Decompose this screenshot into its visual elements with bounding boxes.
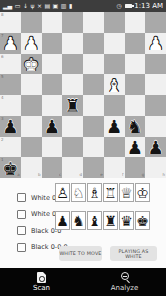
file-label: g — [142, 173, 145, 177]
square-c3[interactable]: ♟ — [42, 116, 63, 137]
square-c7[interactable] — [42, 33, 63, 54]
black-knight-icon: ♞ — [72, 214, 85, 228]
square-e7[interactable] — [83, 33, 104, 54]
black-king-icon: ♚ — [136, 214, 149, 228]
white-pawn: ♟ — [148, 35, 164, 53]
white-pawn: ♟ — [2, 35, 18, 53]
file-label: c — [59, 173, 61, 177]
square-h8[interactable] — [145, 12, 166, 33]
file-label: d — [79, 173, 82, 177]
storage-icon: ▮ — [69, 3, 72, 9]
white-king-icon: ♔ — [136, 186, 149, 200]
white-king: ♚ — [23, 55, 39, 73]
square-g4[interactable] — [125, 95, 146, 116]
square-e8[interactable] — [83, 12, 104, 33]
square-h5[interactable] — [145, 74, 166, 95]
square-e3[interactable] — [83, 116, 104, 137]
usb-icon: ψ — [30, 3, 34, 9]
rank-label: 6 — [1, 55, 4, 59]
white-piece-row: ♙♘♗♖♕♔ — [55, 183, 150, 202]
square-c1[interactable]: c — [42, 157, 63, 178]
square-g2[interactable]: ♟ — [125, 137, 146, 158]
file-label: e — [100, 173, 102, 177]
square-a8[interactable]: 8 — [0, 12, 21, 33]
square-f4[interactable] — [104, 95, 125, 116]
square-f3[interactable]: ♟ — [104, 116, 125, 137]
file-label: b — [38, 173, 41, 177]
square-f5[interactable]: ♝ — [104, 74, 125, 95]
square-h6[interactable] — [145, 54, 166, 75]
sim-icon: ▭ — [15, 3, 21, 9]
black-rook-button[interactable]: ♜ — [103, 211, 118, 230]
system-status: ◷ 1:13 AM — [116, 3, 163, 10]
black-piece-row: ♟♞♝♜♛♚ — [55, 211, 150, 230]
square-h3[interactable] — [145, 116, 166, 137]
white-queen-button[interactable]: ♕ — [119, 183, 134, 202]
square-e6[interactable] — [83, 54, 104, 75]
checkbox-white-0-0-0[interactable] — [17, 210, 26, 219]
status-time: 1:13 AM — [134, 3, 163, 10]
rank-label: 2 — [1, 138, 4, 142]
alarm-icon: ◷ — [116, 3, 121, 9]
download-icon: ↓ — [23, 3, 28, 9]
white-to-move-button[interactable]: WHITE TO MOVE — [59, 246, 102, 261]
square-b5[interactable] — [21, 74, 42, 95]
status-bar: ▂▄▭↓ψ×▤▣▥▮ ◷ 1:13 AM — [0, 0, 166, 12]
square-g6[interactable] — [125, 54, 146, 75]
black-pawn: ♟ — [2, 118, 18, 136]
white-pawn: ♟ — [23, 35, 39, 53]
square-b4[interactable] — [21, 95, 42, 116]
square-g1[interactable]: g — [125, 157, 146, 178]
checkbox-black-0-0[interactable] — [17, 226, 26, 235]
square-f7[interactable] — [104, 33, 125, 54]
square-d5[interactable] — [62, 74, 83, 95]
square-d3[interactable] — [62, 116, 83, 137]
square-f8[interactable] — [104, 12, 125, 33]
playing-as-white-button[interactable]: PLAYING AS WHITE — [110, 246, 157, 261]
piece-palette: ♙♘♗♖♕♔ ♟♞♝♜♛♚ — [55, 183, 150, 230]
rank-label: 5 — [1, 75, 4, 79]
rank-label: 8 — [1, 13, 4, 17]
square-g5[interactable] — [125, 74, 146, 95]
bottom-nav: Scan Analyze — [0, 268, 166, 296]
white-bishop-button[interactable]: ♗ — [87, 183, 102, 202]
square-d2[interactable] — [62, 137, 83, 158]
square-e5[interactable] — [83, 74, 104, 95]
square-e4[interactable] — [83, 95, 104, 116]
white-bishop: ♝ — [106, 76, 122, 94]
black-knight-button[interactable]: ♞ — [71, 211, 86, 230]
black-king-button[interactable]: ♚ — [135, 211, 150, 230]
square-g3[interactable]: ♞ — [125, 116, 146, 137]
white-king-button[interactable]: ♔ — [135, 183, 150, 202]
square-h2[interactable]: ♟ — [145, 137, 166, 158]
black-pawn: ♟ — [44, 118, 60, 136]
nav-label-scan: Scan — [33, 285, 50, 292]
file-label: f — [122, 173, 123, 177]
black-pawn-icon: ♟ — [56, 214, 69, 228]
black-pawn: ♟ — [106, 118, 122, 136]
square-d7[interactable] — [62, 33, 83, 54]
square-f6[interactable] — [104, 54, 125, 75]
magnifier-icon — [119, 272, 131, 284]
checkbox-black-0-0-0[interactable] — [17, 243, 26, 252]
setup-panel: White 0-0White 0-0-0Black 0-0Black 0-0-0… — [0, 178, 166, 268]
black-bishop-button[interactable]: ♝ — [87, 211, 102, 230]
black-pawn: ♟ — [148, 138, 164, 156]
square-c2[interactable] — [42, 137, 63, 158]
square-f1[interactable]: f — [104, 157, 125, 178]
no-sim-icon: × — [37, 3, 42, 9]
square-f2[interactable] — [104, 137, 125, 158]
square-a3[interactable]: 3♟ — [0, 116, 21, 137]
battery-icon — [125, 4, 132, 8]
rank-label: 4 — [1, 96, 4, 100]
screenshot-icon: ▣ — [53, 3, 59, 9]
white-pawn-icon: ♙ — [56, 186, 69, 200]
square-a2[interactable]: 2 — [0, 137, 21, 158]
signal-icon: ▂▄ — [3, 3, 12, 9]
square-b2[interactable] — [21, 137, 42, 158]
white-bishop-icon: ♗ — [88, 186, 101, 200]
square-d4[interactable]: ♜ — [62, 95, 83, 116]
square-g8[interactable] — [125, 12, 146, 33]
square-b1[interactable]: b — [21, 157, 42, 178]
square-c8[interactable] — [42, 12, 63, 33]
white-rook-icon: ♖ — [104, 186, 117, 200]
white-pawn-button[interactable]: ♙ — [55, 183, 70, 202]
notification-icons: ▂▄▭↓ψ×▤▣▥▮ — [3, 3, 75, 9]
square-c4[interactable] — [42, 95, 63, 116]
white-queen-icon: ♕ — [120, 186, 133, 200]
square-b7[interactable]: ♟ — [21, 33, 42, 54]
square-a7[interactable]: 7♟ — [0, 33, 21, 54]
square-d8[interactable] — [62, 12, 83, 33]
black-rook-icon: ♜ — [104, 214, 117, 228]
square-b8[interactable] — [21, 12, 42, 33]
chess-scanner-app: ▂▄▭↓ψ×▤▣▥▮ ◷ 1:13 AM 87♟♟♟6♚5♝4♜3♟♟♟♞2♟♟… — [0, 0, 166, 296]
nav-tab-analyze[interactable]: Analyze — [83, 268, 166, 296]
nav-label-analyze: Analyze — [111, 285, 139, 292]
square-b3[interactable] — [21, 116, 42, 137]
black-knight: ♞ — [127, 118, 143, 136]
square-a6[interactable]: 6 — [0, 54, 21, 75]
square-a1[interactable]: 1a♚ — [0, 157, 21, 178]
black-pawn: ♟ — [127, 138, 143, 156]
square-d1[interactable]: d — [62, 157, 83, 178]
square-h7[interactable]: ♟ — [145, 33, 166, 54]
square-h1[interactable]: h — [145, 157, 166, 178]
media-icon: ▥ — [61, 3, 67, 9]
black-queen-icon: ♛ — [120, 214, 133, 228]
checkbox-white-0-0[interactable] — [17, 193, 26, 202]
white-knight-icon: ♘ — [72, 186, 85, 200]
square-d6[interactable] — [62, 54, 83, 75]
nav-tab-scan[interactable]: Scan — [0, 268, 83, 296]
file-label: h — [162, 173, 165, 177]
square-g7[interactable] — [125, 33, 146, 54]
black-queen-button[interactable]: ♛ — [119, 211, 134, 230]
square-a5[interactable]: 5 — [0, 74, 21, 95]
square-b6[interactable]: ♚ — [21, 54, 42, 75]
square-a4[interactable]: 4 — [0, 95, 21, 116]
white-rook-button[interactable]: ♖ — [103, 183, 118, 202]
square-e1[interactable]: e — [83, 157, 104, 178]
square-h4[interactable] — [145, 95, 166, 116]
chess-board: 87♟♟♟6♚5♝4♜3♟♟♟♞2♟♟1a♚bcdefgh — [0, 12, 166, 178]
black-king: ♚ — [2, 159, 18, 177]
square-c5[interactable] — [42, 74, 63, 95]
square-e2[interactable] — [83, 137, 104, 158]
scan-document-icon — [37, 272, 46, 283]
square-c6[interactable] — [42, 54, 63, 75]
black-bishop-icon: ♝ — [88, 214, 101, 228]
message-icon: ▤ — [44, 3, 50, 9]
black-rook: ♜ — [65, 97, 81, 115]
white-knight-button[interactable]: ♘ — [71, 183, 86, 202]
black-pawn-button[interactable]: ♟ — [55, 211, 70, 230]
